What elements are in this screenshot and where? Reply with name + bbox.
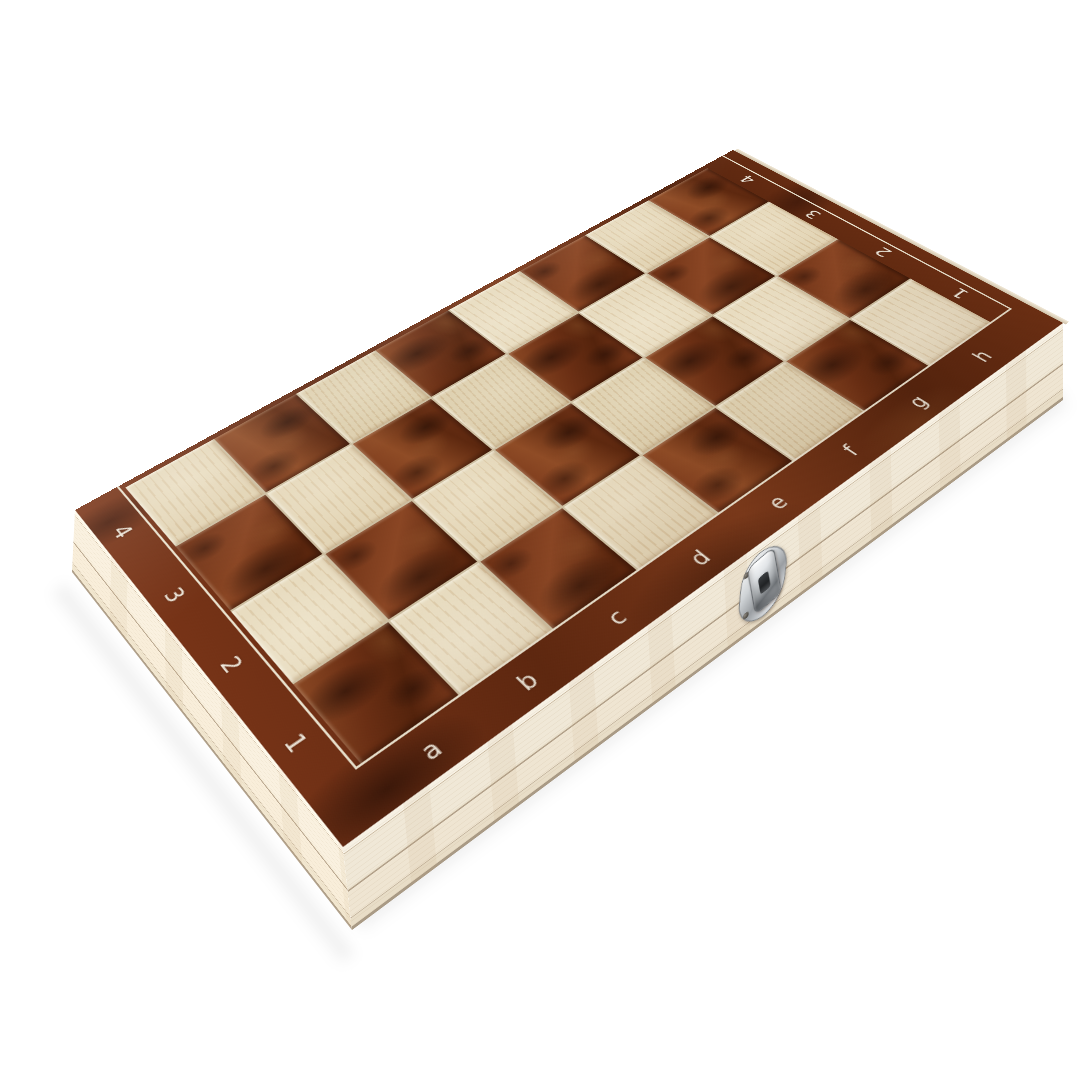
- latch-slot: [758, 570, 771, 595]
- product-photo-scene: 4321 4321 abcdefgh: [0, 0, 1080, 1080]
